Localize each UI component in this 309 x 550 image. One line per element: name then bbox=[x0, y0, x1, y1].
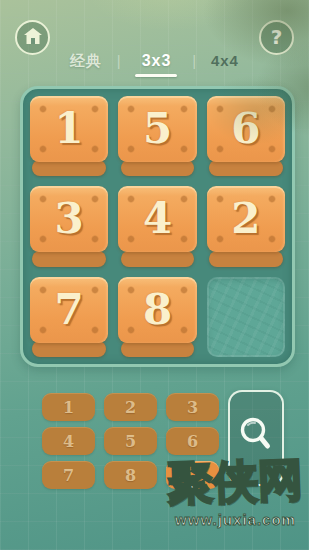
tile-number: 3 bbox=[55, 198, 84, 240]
watermark-url: www.juxia.com bbox=[168, 511, 303, 528]
tile-4[interactable]: 4 bbox=[118, 186, 196, 266]
reference-number: 2 bbox=[125, 398, 136, 417]
board-cell-r2c3: 2 bbox=[207, 186, 285, 266]
reference-number: 8 bbox=[125, 466, 136, 485]
board-cell-empty bbox=[207, 277, 285, 357]
goal-reference-grid: 1 2 3 4 5 6 7 8 bbox=[42, 393, 219, 489]
board-cell-r1c3: 6 bbox=[207, 96, 285, 176]
game-screen: ? 经典 | 3x3 | 4x4 1 bbox=[0, 0, 309, 550]
reference-number: 4 bbox=[63, 432, 74, 451]
board-cell-r3c1: 7 bbox=[30, 277, 108, 357]
tab-separator: | bbox=[192, 51, 195, 73]
board-cell-r2c1: 3 bbox=[30, 186, 108, 266]
home-button[interactable] bbox=[15, 20, 50, 55]
reference-cell-7: 7 bbox=[42, 461, 95, 489]
tab-3x3-label: 3x3 bbox=[142, 52, 172, 70]
mode-tabs: 经典 | 3x3 | 4x4 bbox=[0, 52, 309, 77]
tab-3x3[interactable]: 3x3 bbox=[135, 52, 177, 77]
tile-number: 2 bbox=[231, 198, 260, 240]
tile-6[interactable]: 6 bbox=[207, 96, 285, 176]
tile-base bbox=[209, 251, 283, 267]
reference-cell-5: 5 bbox=[104, 427, 157, 455]
tile-number: 6 bbox=[231, 108, 260, 150]
tile-1[interactable]: 1 bbox=[30, 96, 108, 176]
tile-base bbox=[32, 341, 106, 357]
tile-base bbox=[32, 251, 106, 267]
tile-base bbox=[32, 160, 106, 176]
tile-3[interactable]: 3 bbox=[30, 186, 108, 266]
tile-2[interactable]: 2 bbox=[207, 186, 285, 266]
tile-face: 8 bbox=[118, 277, 196, 343]
question-mark-icon: ? bbox=[271, 27, 283, 47]
tile-face: 2 bbox=[207, 186, 285, 252]
tile-face: 7 bbox=[30, 277, 108, 343]
help-button[interactable]: ? bbox=[259, 20, 294, 55]
tile-5[interactable]: 5 bbox=[118, 96, 196, 176]
reference-number: 7 bbox=[63, 466, 74, 485]
tile-base bbox=[121, 251, 195, 267]
tab-classic[interactable]: 经典 bbox=[70, 52, 102, 71]
reference-number: 5 bbox=[125, 432, 136, 451]
tile-face: 5 bbox=[118, 96, 196, 162]
magnifier-icon bbox=[236, 415, 276, 461]
tile-number: 1 bbox=[55, 108, 84, 150]
tile-face: 3 bbox=[30, 186, 108, 252]
board-cell-r1c2: 5 bbox=[118, 96, 196, 176]
home-icon bbox=[23, 27, 43, 49]
reference-cell-1: 1 bbox=[42, 393, 95, 421]
tab-4x4-label: 4x4 bbox=[211, 52, 239, 69]
puzzle-board: 1 5 6 3 bbox=[20, 86, 295, 367]
tile-number: 5 bbox=[143, 108, 172, 150]
tile-7[interactable]: 7 bbox=[30, 277, 108, 357]
empty-slot-icon bbox=[184, 469, 202, 479]
magnifier-panel[interactable] bbox=[228, 390, 284, 486]
tab-classic-label: 经典 bbox=[70, 52, 102, 71]
reference-cell-2: 2 bbox=[104, 393, 157, 421]
tile-number: 7 bbox=[55, 289, 84, 331]
board-cell-r2c2: 4 bbox=[118, 186, 196, 266]
tile-base bbox=[209, 160, 283, 176]
reference-cell-8: 8 bbox=[104, 461, 157, 489]
tile-face: 1 bbox=[30, 96, 108, 162]
board-cell-r1c1: 1 bbox=[30, 96, 108, 176]
reference-cell-empty-slot bbox=[166, 461, 219, 489]
tile-face: 4 bbox=[118, 186, 196, 252]
tab-separator: | bbox=[117, 51, 120, 73]
reference-cell-4: 4 bbox=[42, 427, 95, 455]
reference-cell-3: 3 bbox=[166, 393, 219, 421]
tab-4x4[interactable]: 4x4 bbox=[211, 52, 239, 69]
tile-base bbox=[121, 160, 195, 176]
tile-8[interactable]: 8 bbox=[118, 277, 196, 357]
reference-number: 6 bbox=[187, 432, 198, 451]
board-cell-r3c2: 8 bbox=[118, 277, 196, 357]
reference-number: 1 bbox=[63, 398, 74, 417]
tile-base bbox=[121, 341, 195, 357]
active-tab-underline bbox=[135, 74, 177, 77]
tile-number: 4 bbox=[143, 198, 172, 240]
reference-number: 3 bbox=[187, 398, 198, 417]
tile-face: 6 bbox=[207, 96, 285, 162]
reference-cell-6: 6 bbox=[166, 427, 219, 455]
tile-number: 8 bbox=[143, 289, 172, 331]
